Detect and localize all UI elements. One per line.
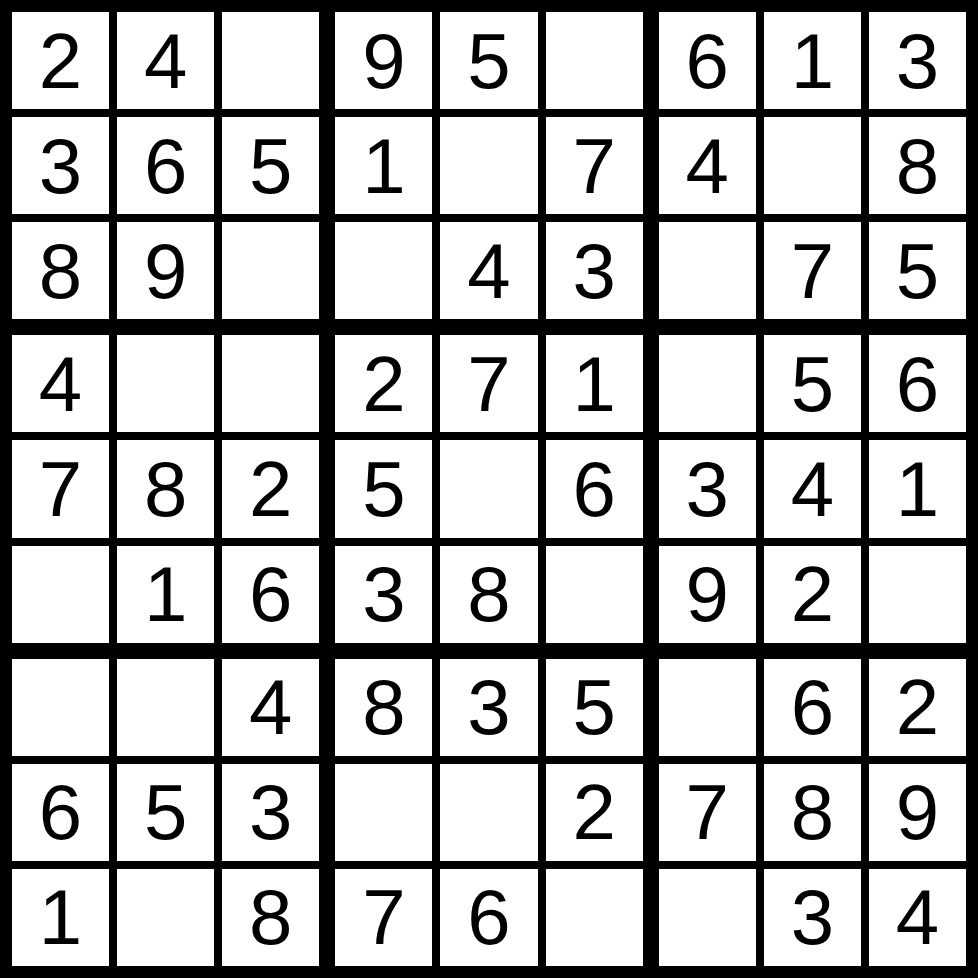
cell-r9c3: 8 [222,869,319,966]
cell-r9c1: 1 [12,869,109,966]
cell-r4c5: 7 [440,335,537,432]
cell-r6c6[interactable] [546,546,643,643]
cell-r3c4[interactable] [335,222,432,319]
cell-r9c5: 6 [440,869,537,966]
cell-r5c6: 6 [546,440,643,537]
cell-r9c8: 3 [764,869,861,966]
cell-r7c9: 2 [869,659,966,756]
cell-r6c2: 1 [117,546,214,643]
cell-r5c4: 5 [335,440,432,537]
cell-r1c7: 6 [659,12,756,109]
cell-r8c4[interactable] [335,764,432,861]
cell-r9c7[interactable] [659,869,756,966]
cell-r3c5: 4 [440,222,537,319]
sudoku-box-9: 6278934 [659,659,966,966]
cell-r4c1: 4 [12,335,109,432]
sudoku-box-5: 2715638 [335,335,642,642]
cell-r2c8[interactable] [764,117,861,214]
cell-r6c1[interactable] [12,546,109,643]
cell-r7c4: 8 [335,659,432,756]
sudoku-box-6: 5634192 [659,335,966,642]
cell-r2c9: 8 [869,117,966,214]
cell-r7c8: 6 [764,659,861,756]
sudoku-box-2: 951743 [335,12,642,319]
cell-r8c9: 9 [869,764,966,861]
cell-r5c2: 8 [117,440,214,537]
cell-r6c9[interactable] [869,546,966,643]
cell-r4c3[interactable] [222,335,319,432]
cell-r2c7: 4 [659,117,756,214]
cell-r2c5[interactable] [440,117,537,214]
sudoku-box-3: 6134875 [659,12,966,319]
cell-r3c2: 9 [117,222,214,319]
cell-r7c2[interactable] [117,659,214,756]
cell-r7c1[interactable] [12,659,109,756]
cell-r5c5[interactable] [440,440,537,537]
cell-r3c3[interactable] [222,222,319,319]
cell-r6c7: 9 [659,546,756,643]
cell-r6c3: 6 [222,546,319,643]
sudoku-board: 2436589951743613487547821627156385634192… [0,0,978,978]
cell-r5c1: 7 [12,440,109,537]
cell-r2c1: 3 [12,117,109,214]
cell-r9c6[interactable] [546,869,643,966]
cell-r7c5: 3 [440,659,537,756]
cell-r6c5: 8 [440,546,537,643]
cell-r8c2: 5 [117,764,214,861]
cell-r6c8: 2 [764,546,861,643]
cell-r4c8: 5 [764,335,861,432]
cell-r1c3[interactable] [222,12,319,109]
cell-r6c4: 3 [335,546,432,643]
cell-r9c9: 4 [869,869,966,966]
cell-r5c8: 4 [764,440,861,537]
cell-r1c4: 9 [335,12,432,109]
sudoku-box-4: 478216 [12,335,319,642]
sudoku-box-8: 835276 [335,659,642,966]
cell-r3c7[interactable] [659,222,756,319]
cell-r8c7: 7 [659,764,756,861]
cell-r2c6: 7 [546,117,643,214]
cell-r8c1: 6 [12,764,109,861]
cell-r8c8: 8 [764,764,861,861]
cell-r2c2: 6 [117,117,214,214]
cell-r9c4: 7 [335,869,432,966]
cell-r5c9: 1 [869,440,966,537]
cell-r9c2[interactable] [117,869,214,966]
cell-r3c9: 5 [869,222,966,319]
cell-r1c2: 4 [117,12,214,109]
cell-r4c2[interactable] [117,335,214,432]
cell-r3c6: 3 [546,222,643,319]
cell-r1c6[interactable] [546,12,643,109]
cell-r4c9: 6 [869,335,966,432]
cell-r5c3: 2 [222,440,319,537]
cell-r4c4: 2 [335,335,432,432]
cell-r1c5: 5 [440,12,537,109]
cell-r3c8: 7 [764,222,861,319]
sudoku-box-1: 2436589 [12,12,319,319]
sudoku-box-7: 465318 [12,659,319,966]
cell-r8c5[interactable] [440,764,537,861]
cell-r3c1: 8 [12,222,109,319]
cell-r4c7[interactable] [659,335,756,432]
cell-r7c3: 4 [222,659,319,756]
cell-r8c3: 3 [222,764,319,861]
cell-r7c7[interactable] [659,659,756,756]
cell-r2c3: 5 [222,117,319,214]
cell-r2c4: 1 [335,117,432,214]
cell-r1c9: 3 [869,12,966,109]
cell-r8c6: 2 [546,764,643,861]
cell-r1c8: 1 [764,12,861,109]
cell-r1c1: 2 [12,12,109,109]
cell-r7c6: 5 [546,659,643,756]
cell-r5c7: 3 [659,440,756,537]
cell-r4c6: 1 [546,335,643,432]
